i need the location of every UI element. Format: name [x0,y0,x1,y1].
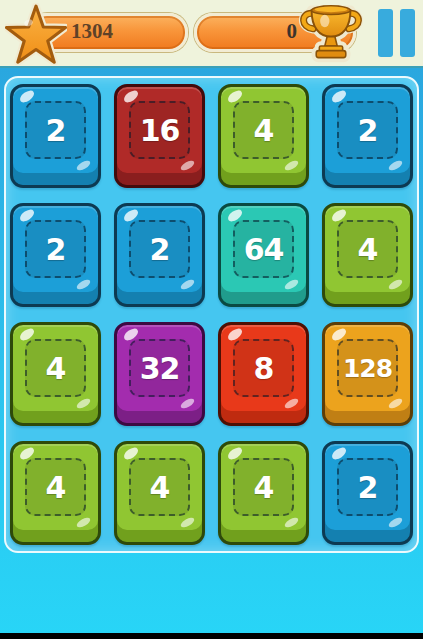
board-grid[interactable]: 216422264443281284442 [6,78,417,551]
tile-shine-icon [283,516,299,530]
tile-inner-square: 2 [25,101,86,159]
tile-value: 2 [46,113,66,148]
tile-128[interactable]: 128 [322,322,413,426]
tile-shine-icon [179,159,195,173]
tile-inner-square: 4 [25,458,86,516]
tile-value: 4 [46,351,66,386]
star-icon [5,3,67,65]
tile-shine-icon [179,516,195,530]
tile-32[interactable]: 32 [114,322,205,426]
pause-icon [378,9,393,57]
tile-4[interactable]: 4 [322,203,413,307]
tile-inner-square: 16 [129,101,190,159]
tile-2[interactable]: 2 [322,441,413,545]
tile-value: 4 [254,113,274,148]
tile-4[interactable]: 4 [10,322,101,426]
tile-shine-icon [387,159,403,173]
tile-4[interactable]: 4 [10,441,101,545]
pause-button[interactable] [378,9,415,57]
tile-shine-icon [283,278,299,292]
tile-shine-icon [75,516,91,530]
tile-inner-square: 4 [233,458,294,516]
tile-shine-icon [75,278,91,292]
tile-value: 32 [140,351,180,386]
tile-8[interactable]: 8 [218,322,309,426]
tile-inner-square: 4 [25,339,86,397]
tile-value: 16 [140,113,180,148]
tile-shine-icon [75,159,91,173]
tile-value: 64 [244,232,284,267]
tile-shine-icon [283,159,299,173]
tile-16[interactable]: 16 [114,84,205,188]
tile-inner-square: 2 [25,220,86,278]
tile-4[interactable]: 4 [114,441,205,545]
tile-inner-square: 4 [129,458,190,516]
tile-value: 128 [343,354,392,383]
tile-shine-icon [283,397,299,411]
board: 216422264443281284442 [4,76,419,553]
tile-value: 4 [358,232,378,267]
pause-icon [400,9,415,57]
trophy-icon [296,1,366,66]
tile-shine-icon [179,278,195,292]
tile-inner-square: 32 [129,339,190,397]
play-area: 216422264443281284442 [0,68,423,639]
tile-inner-square: 2 [129,220,190,278]
tile-inner-square: 4 [337,220,398,278]
tile-shine-icon [387,397,403,411]
tile-2[interactable]: 2 [114,203,205,307]
header-bar: 1304 0 [0,0,423,68]
tile-value: 2 [358,113,378,148]
tile-shine-icon [387,278,403,292]
bottom-black-bar [0,633,423,639]
tile-inner-square: 64 [233,220,294,278]
tile-shine-icon [75,397,91,411]
tile-value: 2 [46,232,66,267]
tile-value: 2 [150,232,170,267]
tile-64[interactable]: 64 [218,203,309,307]
tile-value: 4 [46,470,66,505]
tile-shine-icon [179,397,195,411]
tile-4[interactable]: 4 [218,84,309,188]
tile-value: 8 [254,351,274,386]
tile-2[interactable]: 2 [322,84,413,188]
tile-2[interactable]: 2 [10,84,101,188]
game-screen: 1304 0 [0,0,423,639]
tile-2[interactable]: 2 [10,203,101,307]
tile-4[interactable]: 4 [218,441,309,545]
tile-inner-square: 4 [233,101,294,159]
tile-inner-square: 8 [233,339,294,397]
tile-shine-icon [387,516,403,530]
tile-value: 4 [254,470,274,505]
tile-value: 4 [150,470,170,505]
tile-inner-square: 2 [337,458,398,516]
tile-value: 2 [358,470,378,505]
tile-inner-square: 2 [337,101,398,159]
tile-inner-square: 128 [337,339,398,397]
